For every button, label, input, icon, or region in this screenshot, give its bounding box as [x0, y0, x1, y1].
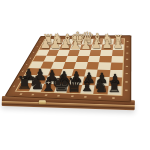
frame-coordinate-dot [126, 73, 128, 74]
frame-coordinate-dot [32, 94, 34, 95]
chess-board [4, 35, 131, 102]
frame-coordinate-dot [22, 71, 24, 72]
frame-coordinate-dot [126, 53, 128, 54]
chess-set-photo: ♜♞♝♚♛♝♞♜♟♟♟♟♟♟♟♟♟♟♟♟♟♟♟♟♜♞♝♚♛♝♞♜ [0, 0, 150, 150]
board-grid [15, 38, 125, 95]
frame-coordinate-dot [58, 95, 60, 96]
frame-coordinate-dot [126, 66, 128, 67]
frame-coordinate-dot [127, 47, 129, 48]
frame-coordinate-dot [33, 52, 35, 53]
frame-coordinate-dot [36, 47, 38, 48]
square [107, 85, 122, 95]
frame-coordinate-dot [85, 96, 87, 97]
brass-clasp [39, 100, 46, 105]
frame-coordinate-dot [125, 90, 127, 91]
frame-coordinate-dot [127, 41, 129, 42]
frame-coordinate-dot [126, 81, 128, 82]
frame-coordinate-dot [45, 94, 47, 95]
frame-coordinate-dot [18, 78, 20, 79]
frame-coordinate-dot [20, 93, 22, 94]
frame-coordinate-dot [71, 96, 73, 97]
frame-coordinate-dot [39, 41, 41, 42]
frame-coordinate-dot [29, 58, 31, 59]
frame-coordinate-dot [13, 86, 15, 87]
square [93, 85, 108, 94]
frame-coordinate-dot [126, 59, 128, 60]
frame-coordinate-dot [26, 64, 28, 65]
frame-coordinate-dot [98, 97, 100, 98]
frame-coordinate-dot [113, 97, 115, 98]
